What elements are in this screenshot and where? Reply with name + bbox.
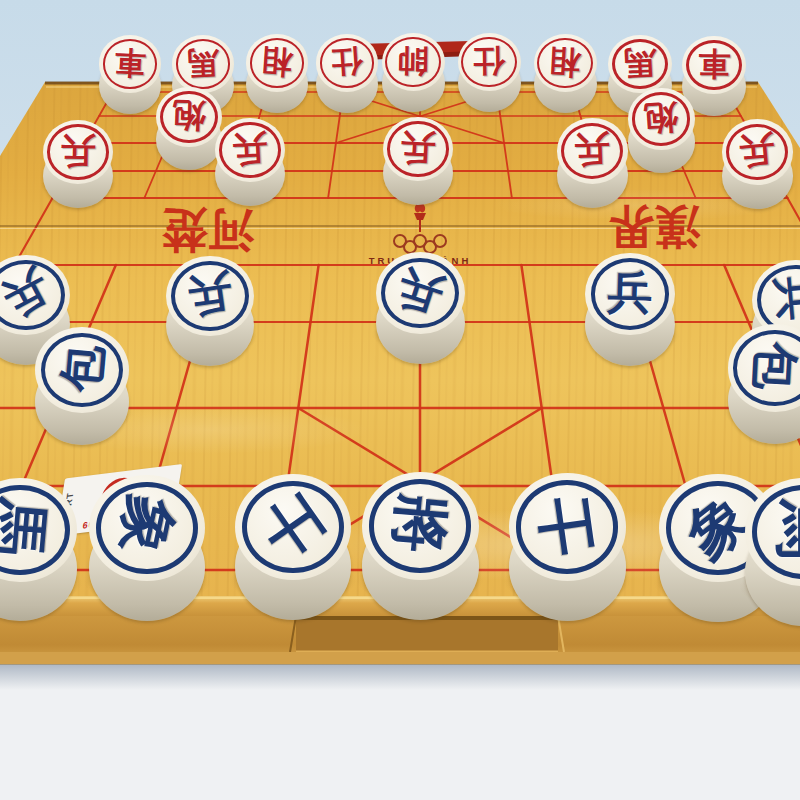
river-text-right: 漢界	[556, 204, 752, 250]
piece-red-soldier-f9[interactable]: 兵	[722, 119, 793, 208]
glyph-將: 將	[388, 492, 451, 555]
glyph-車: 車	[114, 46, 147, 79]
piece-blue-soldier-f3[interactable]: 兵	[166, 256, 254, 367]
piece-red-soldier-f3[interactable]: 兵	[215, 118, 285, 206]
glyph-包: 包	[57, 343, 108, 394]
river-text-left: 河楚	[110, 208, 306, 254]
olympic-rings-icon	[387, 234, 453, 254]
glyph-馬: 馬	[187, 46, 220, 79]
photo-stage: 河楚 漢界 TRUNG THÀNH RT 66 - 1 車馬相仕帥仕相馬車炮炮兵…	[0, 0, 800, 800]
piece-blue-advisor-f4[interactable]: 士	[235, 474, 351, 620]
glyph-馬: 馬	[0, 497, 51, 559]
glyph-兵: 兵	[60, 133, 96, 169]
piece-blue-cannon-f8[interactable]: 包	[728, 324, 800, 444]
piece-blue-cannon-f2[interactable]: 包	[35, 327, 129, 445]
glyph-兵: 兵	[185, 269, 235, 319]
piece-red-chariot-f1[interactable]: 車	[99, 35, 161, 113]
piece-red-advisor-f6[interactable]: 仕	[458, 33, 521, 112]
glyph-馬: 馬	[775, 500, 800, 559]
glyph-兵: 兵	[738, 131, 776, 169]
glyph-兵: 兵	[574, 131, 611, 168]
frame-shadow	[0, 664, 800, 690]
glyph-馬: 馬	[623, 46, 657, 80]
glyph-炮: 炮	[172, 99, 206, 133]
piece-blue-soldier-f7[interactable]: 兵	[585, 253, 675, 366]
piece-blue-advisor-f6[interactable]: 士	[509, 473, 626, 620]
glyph-兵: 兵	[772, 274, 800, 322]
piece-blue-elephant-f3[interactable]: 象	[89, 475, 205, 621]
piece-red-elephant-f7[interactable]: 相	[534, 34, 597, 113]
glyph-帥: 帥	[397, 45, 429, 77]
glyph-仕: 仕	[473, 45, 505, 77]
piece-blue-horse-f2[interactable]: 馬	[0, 478, 77, 622]
piece-red-cannon-f2[interactable]: 炮	[156, 87, 222, 170]
piece-red-general-f5[interactable]: 帥	[382, 33, 445, 112]
piece-red-advisor-f4[interactable]: 仕	[316, 34, 378, 112]
glyph-相: 相	[548, 45, 581, 78]
piece-blue-soldier-f5[interactable]: 兵	[376, 252, 465, 364]
frame-handle-groove	[296, 616, 558, 652]
glyph-兵: 兵	[232, 130, 269, 167]
piece-red-soldier-f7[interactable]: 兵	[557, 118, 628, 207]
glyph-仕: 仕	[330, 45, 363, 78]
piece-red-elephant-f3[interactable]: 相	[246, 34, 308, 112]
glyph-車: 車	[698, 47, 731, 80]
glyph-相: 相	[260, 45, 293, 78]
glyph-士: 士	[534, 492, 600, 558]
piece-red-cannon-f8[interactable]: 炮	[628, 88, 695, 172]
piece-blue-horse-f8[interactable]: 馬	[745, 478, 800, 627]
glyph-兵: 兵	[400, 129, 437, 166]
piece-red-soldier-f1[interactable]: 兵	[43, 120, 113, 208]
glyph-包: 包	[750, 341, 800, 391]
glyph-炮: 炮	[643, 100, 679, 136]
piece-blue-general-f5[interactable]: 將	[362, 472, 479, 619]
glyph-象: 象	[113, 491, 182, 560]
glyph-兵: 兵	[607, 269, 654, 316]
piece-red-soldier-f5[interactable]: 兵	[383, 117, 453, 205]
